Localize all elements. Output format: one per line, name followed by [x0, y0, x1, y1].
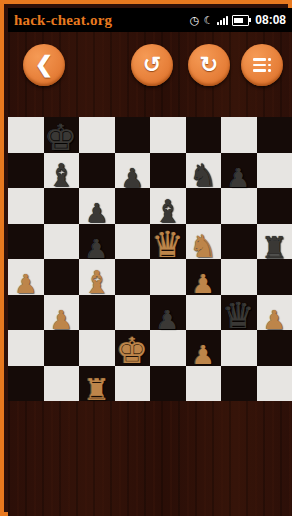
board-square-h8[interactable] [257, 117, 293, 153]
menu-list-icon [253, 58, 271, 72]
piece-black-king[interactable]: ♚ [45, 122, 77, 154]
piece-black-rook[interactable]: ♜ [261, 234, 288, 261]
board-square-e5[interactable]: ♛ [150, 224, 186, 260]
piece-black-pawn[interactable]: ♟ [121, 167, 144, 190]
back-arrow-icon: ❮ [35, 54, 53, 76]
piece-white-pawn[interactable]: ♟ [14, 273, 37, 296]
board-square-e1[interactable] [150, 366, 186, 402]
board-square-b1[interactable] [44, 366, 80, 402]
board-square-f8[interactable] [186, 117, 222, 153]
board-square-f7[interactable]: ♞ [186, 153, 222, 189]
piece-black-pawn[interactable]: ♟ [85, 202, 108, 225]
piece-black-queen[interactable]: ♛ [223, 300, 255, 332]
board-square-c8[interactable] [79, 117, 115, 153]
status-bar: hack-cheat.org ◷ ☾ 08:08 [8, 8, 292, 32]
board-square-a8[interactable] [8, 117, 44, 153]
piece-white-pawn[interactable]: ♟ [263, 309, 286, 332]
board-square-a2[interactable] [8, 330, 44, 366]
board-square-b3[interactable]: ♟ [44, 295, 80, 331]
board-square-f4[interactable]: ♟ [186, 259, 222, 295]
piece-black-pawn[interactable]: ♟ [85, 238, 108, 261]
back-button[interactable]: ❮ [23, 44, 65, 86]
board-square-a4[interactable]: ♟ [8, 259, 44, 295]
board-square-g4[interactable] [221, 259, 257, 295]
board-square-d4[interactable] [115, 259, 151, 295]
board-square-h4[interactable] [257, 259, 293, 295]
piece-black-pawn[interactable]: ♟ [156, 309, 179, 332]
board-square-g5[interactable] [221, 224, 257, 260]
night-mode-icon: ☾ [203, 15, 213, 26]
undo-icon: ↺ [143, 54, 161, 76]
battery-icon [232, 15, 249, 26]
board-square-d8[interactable] [115, 117, 151, 153]
board-square-d7[interactable]: ♟ [115, 153, 151, 189]
board-square-f6[interactable] [186, 188, 222, 224]
board-square-f2[interactable]: ♟ [186, 330, 222, 366]
board-square-a1[interactable] [8, 366, 44, 402]
piece-black-pawn[interactable]: ♟ [227, 167, 250, 190]
redo-icon: ↻ [200, 54, 218, 76]
board-square-b8[interactable]: ♚ [44, 117, 80, 153]
board-square-d5[interactable] [115, 224, 151, 260]
board-square-h3[interactable]: ♟ [257, 295, 293, 331]
board-square-a5[interactable] [8, 224, 44, 260]
board-square-g8[interactable] [221, 117, 257, 153]
redo-button[interactable]: ↻ [188, 44, 230, 86]
board-square-h5[interactable]: ♜ [257, 224, 293, 260]
piece-black-bishop[interactable]: ♝ [154, 198, 182, 226]
board-square-a6[interactable] [8, 188, 44, 224]
board-square-c3[interactable] [79, 295, 115, 331]
board-square-a7[interactable] [8, 153, 44, 189]
board-square-g1[interactable] [221, 366, 257, 402]
board-square-g7[interactable]: ♟ [221, 153, 257, 189]
piece-black-bishop[interactable]: ♝ [47, 162, 75, 190]
board-square-h2[interactable] [257, 330, 293, 366]
board-square-c5[interactable]: ♟ [79, 224, 115, 260]
board-square-d2[interactable]: ♚ [115, 330, 151, 366]
piece-white-bishop[interactable]: ♝ [83, 269, 111, 297]
piece-black-knight[interactable]: ♞ [189, 162, 217, 190]
board-square-c2[interactable] [79, 330, 115, 366]
piece-white-pawn[interactable]: ♟ [192, 273, 215, 296]
board-square-b4[interactable] [44, 259, 80, 295]
board-square-b5[interactable] [44, 224, 80, 260]
board-square-h6[interactable] [257, 188, 293, 224]
board-square-g3[interactable]: ♛ [221, 295, 257, 331]
board-square-h7[interactable] [257, 153, 293, 189]
board-square-a3[interactable] [8, 295, 44, 331]
clock-label: 08:08 [255, 13, 286, 27]
board-square-d6[interactable] [115, 188, 151, 224]
board-square-e3[interactable]: ♟ [150, 295, 186, 331]
board-square-d3[interactable] [115, 295, 151, 331]
app-frame: hack-cheat.org ◷ ☾ 08:08 ❮ ↺ ↻ ♚♝♟♞♟♟♝♟♛… [0, 0, 292, 516]
site-watermark: hack-cheat.org [14, 12, 112, 29]
piece-white-pawn[interactable]: ♟ [50, 309, 73, 332]
board-square-e7[interactable] [150, 153, 186, 189]
menu-button[interactable] [241, 44, 283, 86]
signal-icon [217, 15, 228, 25]
board-square-h1[interactable] [257, 366, 293, 402]
chess-board[interactable]: ♚♝♟♞♟♟♝♟♛♞♜♟♝♟♟♟♛♟♚♟♜ [8, 117, 292, 401]
data-circle-icon: ◷ [190, 15, 200, 26]
board-square-f5[interactable]: ♞ [186, 224, 222, 260]
board-square-e8[interactable] [150, 117, 186, 153]
piece-white-rook[interactable]: ♜ [83, 376, 110, 403]
board-square-e6[interactable]: ♝ [150, 188, 186, 224]
piece-white-king[interactable]: ♚ [116, 335, 148, 367]
board-square-c4[interactable]: ♝ [79, 259, 115, 295]
board-square-e2[interactable] [150, 330, 186, 366]
undo-button[interactable]: ↺ [131, 44, 173, 86]
board-square-g6[interactable] [221, 188, 257, 224]
board-square-f1[interactable] [186, 366, 222, 402]
piece-white-queen[interactable]: ♛ [152, 229, 184, 261]
board-square-b6[interactable] [44, 188, 80, 224]
piece-white-pawn[interactable]: ♟ [192, 344, 215, 367]
board-square-c7[interactable] [79, 153, 115, 189]
board-square-f3[interactable] [186, 295, 222, 331]
board-square-b2[interactable] [44, 330, 80, 366]
piece-white-knight[interactable]: ♞ [189, 233, 217, 261]
board-square-c6[interactable]: ♟ [79, 188, 115, 224]
board-square-c1[interactable]: ♜ [79, 366, 115, 402]
